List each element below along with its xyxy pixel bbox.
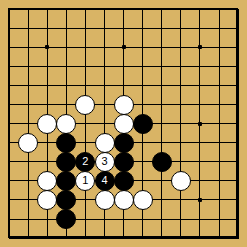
white-stone-6-8 (95, 133, 115, 153)
black-stone-7-8 (114, 133, 134, 153)
move-number-3: 3 (101, 156, 107, 167)
move-number-4: 4 (101, 175, 107, 186)
white-stone-8-11 (133, 190, 153, 210)
go-diagram: 2314 (0, 0, 247, 247)
white-stone-2-8 (18, 133, 38, 153)
black-stone-7-9 (114, 152, 134, 172)
white-stone-5-6 (75, 95, 95, 115)
black-stone-4-9 (56, 152, 76, 172)
black-stone-move-4-6-10: 4 (95, 171, 115, 191)
white-stone-4-7 (56, 114, 76, 134)
white-stone-3-10 (37, 171, 57, 191)
black-stone-7-10 (114, 171, 134, 191)
star-point-11-3 (198, 45, 202, 49)
move-number-1: 1 (82, 175, 88, 186)
star-point-11-11 (198, 198, 202, 202)
white-stone-10-10 (171, 171, 191, 191)
star-point-7-3 (122, 45, 126, 49)
white-stone-move-3-6-9: 3 (95, 152, 115, 172)
star-point-11-7 (198, 122, 202, 126)
white-stone-7-11 (114, 190, 134, 210)
black-stone-8-7 (133, 114, 153, 134)
move-number-2: 2 (82, 156, 88, 167)
white-stone-3-7 (37, 114, 57, 134)
star-point-3-3 (45, 45, 49, 49)
go-board: 2314 (0, 0, 247, 247)
black-stone-9-9 (152, 152, 172, 172)
white-stone-6-11 (95, 190, 115, 210)
white-stone-7-6 (114, 95, 134, 115)
white-stone-7-7 (114, 114, 134, 134)
black-stone-4-8 (56, 133, 76, 153)
